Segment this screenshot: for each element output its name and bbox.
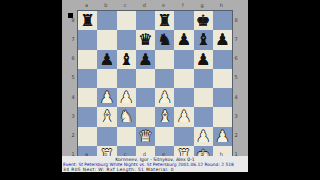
rank-label-5: 5 <box>233 68 239 87</box>
square-d8[interactable] <box>136 11 155 30</box>
chess-board[interactable]: ♜♜♚♛♞♟♝♟♟♝♟♟♟♟♟♝♞♝♟♛♟♟♜♜♚ <box>77 10 233 166</box>
file-label-d: d <box>135 2 154 8</box>
rank-label-5: 5 <box>70 68 76 87</box>
black-pawn-piece[interactable]: ♟ <box>100 50 114 69</box>
white-pawn-piece[interactable]: ♟ <box>196 127 210 146</box>
white-pawn-piece[interactable]: ♟ <box>157 88 171 107</box>
square-e8[interactable]: ♜ <box>155 11 174 30</box>
square-g4[interactable] <box>194 88 213 107</box>
square-g8[interactable]: ♚ <box>194 11 213 30</box>
file-label-e: e <box>154 2 173 8</box>
rank-label-7: 7 <box>233 29 239 48</box>
square-a3[interactable] <box>78 107 97 126</box>
square-a6[interactable] <box>78 50 97 69</box>
square-c2[interactable] <box>117 127 136 146</box>
square-f8[interactable] <box>174 11 193 30</box>
white-pawn-piece[interactable]: ♟ <box>100 88 114 107</box>
square-c4[interactable]: ♟ <box>117 88 136 107</box>
rank-labels-right: 87654321 <box>233 10 239 164</box>
rank-label-3: 3 <box>70 106 76 125</box>
white-bishop-piece[interactable]: ♝ <box>100 107 114 126</box>
square-h7[interactable]: ♟ <box>213 30 232 49</box>
white-pawn-piece[interactable]: ♟ <box>215 127 229 146</box>
square-f6[interactable] <box>174 50 193 69</box>
white-bishop-piece[interactable]: ♝ <box>157 107 171 126</box>
square-b5[interactable] <box>97 69 116 88</box>
square-b2[interactable] <box>97 127 116 146</box>
square-a2[interactable] <box>78 127 97 146</box>
file-label-b: b <box>96 2 115 8</box>
black-rook-piece[interactable]: ♜ <box>80 11 94 30</box>
move-status-text: 34 R05 Next: W: Rxf Length: 51 Material:… <box>63 167 249 172</box>
square-d5[interactable] <box>136 69 155 88</box>
white-knight-piece[interactable]: ♞ <box>119 107 133 126</box>
white-queen-piece[interactable]: ♛ <box>138 127 152 146</box>
rank-label-4: 4 <box>70 87 76 106</box>
square-a4[interactable] <box>78 88 97 107</box>
square-g2[interactable]: ♟ <box>194 127 213 146</box>
square-e4[interactable]: ♟ <box>155 88 174 107</box>
square-d2[interactable]: ♛ <box>136 127 155 146</box>
black-pawn-piece[interactable]: ♟ <box>196 50 210 69</box>
black-pawn-piece[interactable]: ♟ <box>215 30 229 49</box>
black-king-piece[interactable]: ♚ <box>196 11 210 30</box>
square-h8[interactable] <box>213 11 232 30</box>
square-b3[interactable]: ♝ <box>97 107 116 126</box>
square-c6[interactable]: ♝ <box>117 50 136 69</box>
square-h4[interactable] <box>213 88 232 107</box>
square-g7[interactable]: ♝ <box>194 30 213 49</box>
square-h3[interactable] <box>213 107 232 126</box>
rank-label-4: 4 <box>233 87 239 106</box>
square-c7[interactable] <box>117 30 136 49</box>
square-b6[interactable]: ♟ <box>97 50 116 69</box>
square-h2[interactable]: ♟ <box>213 127 232 146</box>
rank-label-2: 2 <box>233 126 239 145</box>
black-pawn-piece[interactable]: ♟ <box>177 30 191 49</box>
white-pawn-piece[interactable]: ♟ <box>177 107 191 126</box>
file-label-g: g <box>193 2 212 8</box>
square-b7[interactable] <box>97 30 116 49</box>
square-d4[interactable] <box>136 88 155 107</box>
rank-label-8: 8 <box>233 10 239 29</box>
square-f4[interactable] <box>174 88 193 107</box>
square-a5[interactable] <box>78 69 97 88</box>
rank-label-6: 6 <box>70 49 76 68</box>
black-rook-piece[interactable]: ♜ <box>157 11 171 30</box>
side-to-move-indicator-icon <box>68 13 73 18</box>
square-a8[interactable]: ♜ <box>78 11 97 30</box>
square-f7[interactable]: ♟ <box>174 30 193 49</box>
square-a7[interactable] <box>78 30 97 49</box>
square-e7[interactable]: ♞ <box>155 30 174 49</box>
square-e6[interactable] <box>155 50 174 69</box>
square-c5[interactable] <box>117 69 136 88</box>
black-queen-piece[interactable]: ♛ <box>138 30 152 49</box>
square-d3[interactable] <box>136 107 155 126</box>
file-label-h: h <box>212 2 231 8</box>
rank-label-2: 2 <box>70 126 76 145</box>
square-f3[interactable]: ♟ <box>174 107 193 126</box>
square-f2[interactable] <box>174 127 193 146</box>
square-b8[interactable] <box>97 11 116 30</box>
black-bishop-piece[interactable]: ♝ <box>196 30 210 49</box>
square-f5[interactable] <box>174 69 193 88</box>
board-panel: abcdefgh 87654321 ♜♜♚♛♞♟♝♟♟♝♟♟♟♟♟♝♞♝♟♛♟♟… <box>62 0 248 158</box>
black-knight-piece[interactable]: ♞ <box>157 30 171 49</box>
rank-label-6: 6 <box>233 49 239 68</box>
rank-label-7: 7 <box>70 29 76 48</box>
square-h6[interactable] <box>213 50 232 69</box>
square-c3[interactable]: ♞ <box>117 107 136 126</box>
square-b4[interactable]: ♟ <box>97 88 116 107</box>
square-g6[interactable]: ♟ <box>194 50 213 69</box>
square-d7[interactable]: ♛ <box>136 30 155 49</box>
game-info-bar: Kornneev, Igor - Sitnykov, Alex 0-1 Even… <box>62 156 248 172</box>
chess-viewer: abcdefgh 87654321 ♜♜♚♛♞♟♝♟♟♝♟♟♟♟♟♝♞♝♟♛♟♟… <box>0 0 320 180</box>
square-e5[interactable] <box>155 69 174 88</box>
square-g5[interactable] <box>194 69 213 88</box>
file-label-c: c <box>116 2 135 8</box>
rank-label-3: 3 <box>233 106 239 125</box>
black-bishop-piece[interactable]: ♝ <box>119 50 133 69</box>
black-pawn-piece[interactable]: ♟ <box>138 50 152 69</box>
square-g3[interactable] <box>194 107 213 126</box>
file-labels-top: abcdefgh <box>77 2 231 8</box>
rank-labels-left: 87654321 <box>70 10 76 164</box>
square-e3[interactable]: ♝ <box>155 107 174 126</box>
square-h5[interactable] <box>213 69 232 88</box>
square-e2[interactable] <box>155 127 174 146</box>
file-label-f: f <box>173 2 192 8</box>
square-c8[interactable] <box>117 11 136 30</box>
square-d6[interactable]: ♟ <box>136 50 155 69</box>
white-pawn-piece[interactable]: ♟ <box>119 88 133 107</box>
file-label-a: a <box>77 2 96 8</box>
